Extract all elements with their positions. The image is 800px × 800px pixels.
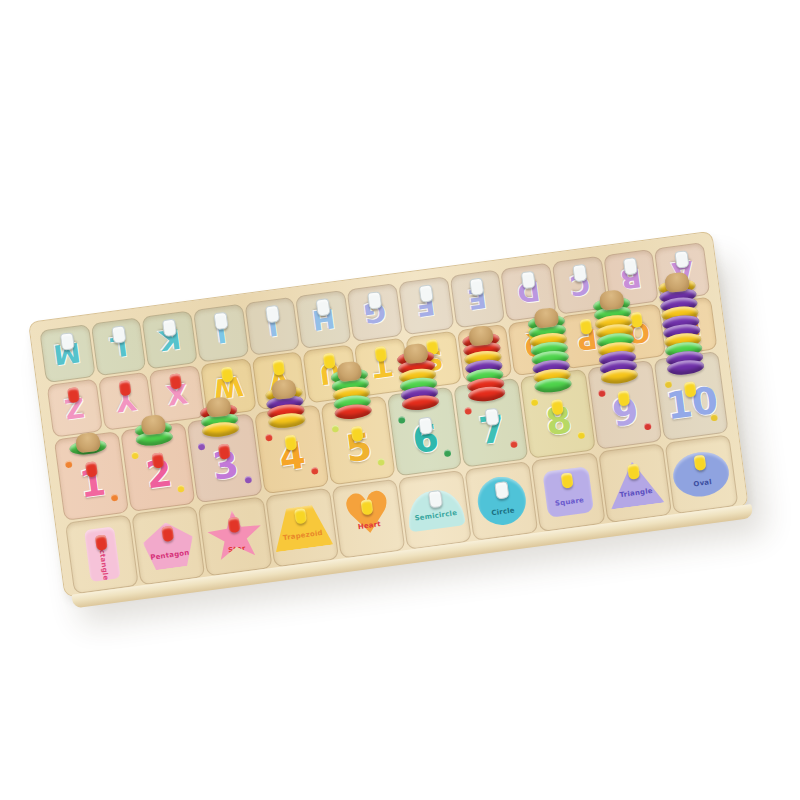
peg-red[interactable]: [228, 517, 241, 533]
fruit-strawberry-decoration: [598, 389, 606, 397]
peg-white[interactable]: [316, 298, 331, 317]
product-photo-scene: MLKJIHGFEDCBA ZYXWVUTSRQPON 12345678910 …: [0, 0, 800, 800]
number-cell-9: 9: [587, 360, 662, 450]
number-cell-10: 10: [653, 351, 728, 441]
ring-stack-4[interactable]: [264, 378, 306, 430]
wooden-knob: [467, 325, 493, 346]
number-cell-3: 3: [187, 413, 262, 503]
wooden-knob: [664, 272, 690, 293]
peg-white[interactable]: [213, 312, 228, 331]
shape-label-triangle: Triangle: [609, 486, 664, 501]
number-cell-2: 2: [120, 422, 195, 512]
peg-yellow[interactable]: [579, 319, 592, 335]
peg-white[interactable]: [494, 481, 509, 500]
peg-yellow[interactable]: [294, 508, 307, 524]
peg-white[interactable]: [572, 264, 587, 283]
peg-yellow[interactable]: [272, 360, 285, 376]
peg-white[interactable]: [162, 319, 177, 338]
peg-white[interactable]: [674, 250, 689, 269]
puzzle-board: MLKJIHGFEDCBA ZYXWVUTSRQPON 12345678910 …: [28, 231, 749, 598]
peg-red[interactable]: [67, 387, 80, 403]
shape-cell-star: Star: [198, 496, 272, 576]
shape-cell-square: Square: [531, 452, 605, 532]
letter-top-cell-L: L: [90, 317, 146, 376]
letter-top-cell-H: H: [295, 290, 351, 349]
number-cell-6: 6: [387, 387, 462, 477]
peg-red[interactable]: [118, 380, 131, 396]
peg-white[interactable]: [623, 257, 638, 276]
fruit-apple-decoration: [265, 434, 273, 442]
number-cell-4: 4: [254, 404, 329, 494]
shape-cell-trapezoid: Trapezoid: [265, 488, 339, 568]
letter-top-cell-I: I: [244, 297, 300, 356]
shape-label-square: Square: [546, 495, 593, 509]
fruit-lemon-decoration: [531, 398, 539, 406]
peg-yellow[interactable]: [627, 464, 640, 480]
letter-top-cell-G: G: [347, 283, 403, 342]
fruit-eggplant-decoration: [198, 443, 206, 451]
wooden-knob: [271, 379, 297, 400]
peg-white[interactable]: [428, 490, 443, 509]
number-cell-8: 8: [520, 369, 595, 459]
fruit-watermelon-decoration: [444, 449, 452, 457]
peg-white[interactable]: [367, 291, 382, 310]
peg-red[interactable]: [151, 452, 164, 468]
shape-cell-rectangle: Rectangle: [65, 514, 139, 594]
shape-label-pentagon: Pentagon: [145, 548, 196, 563]
peg-white[interactable]: [418, 284, 433, 303]
peg-white[interactable]: [60, 332, 75, 351]
fruit-pear-decoration: [331, 425, 339, 433]
fruit-pear-decoration: [377, 458, 385, 466]
fruit-apple-decoration: [464, 407, 472, 415]
fruit-banana-decoration: [131, 452, 139, 460]
fruit-eggplant-decoration: [244, 476, 252, 484]
peg-yellow[interactable]: [618, 390, 631, 406]
number-cell-5: 5: [320, 395, 395, 485]
shape-piece-star[interactable]: Star: [204, 507, 266, 566]
letter-top-cell-J: J: [193, 304, 249, 363]
ring-stack-1[interactable]: [68, 431, 107, 456]
number-cell-7: 7: [453, 378, 528, 468]
wooden-knob: [74, 432, 100, 453]
peg-white[interactable]: [111, 325, 126, 344]
peg-yellow[interactable]: [285, 435, 298, 451]
peg-yellow[interactable]: [374, 346, 387, 362]
shape-label-star: Star: [209, 542, 266, 557]
peg-white[interactable]: [484, 408, 499, 427]
peg-red[interactable]: [85, 461, 98, 477]
wooden-knob: [140, 414, 166, 435]
fruit-carrot-decoration: [65, 460, 73, 468]
wooden-knob: [336, 361, 362, 382]
ring-stack-7[interactable]: [461, 324, 506, 403]
shape-piece-heart[interactable]: ♥Heart: [336, 488, 401, 549]
peg-red[interactable]: [169, 373, 182, 389]
shape-cell-triangle: Triangle: [598, 443, 672, 523]
peg-white[interactable]: [265, 305, 280, 324]
wooden-knob: [402, 343, 428, 364]
shape-cell-oval: Oval: [664, 434, 738, 514]
shape-label-semicircle: Semicircle: [408, 508, 465, 523]
ring-stack-5[interactable]: [330, 360, 373, 421]
fruit-strawberry-decoration: [644, 423, 652, 431]
peg-white[interactable]: [521, 271, 536, 290]
ring-stack-6[interactable]: [395, 342, 439, 412]
shape-label-oval: Oval: [674, 476, 731, 491]
peg-red[interactable]: [94, 535, 107, 551]
shape-cell-heart: ♥Heart: [331, 479, 405, 559]
letter-top-cell-E: E: [449, 269, 505, 328]
shape-cell-pentagon: Pentagon: [132, 505, 206, 585]
fruit-banana-decoration: [177, 485, 185, 493]
fruit-watermelon-decoration: [398, 416, 406, 424]
peg-yellow[interactable]: [221, 366, 234, 382]
letter-bottom-cell-Z: Z: [47, 379, 103, 438]
wooden-knob: [598, 289, 624, 310]
shape-cell-circle: Circle: [465, 461, 539, 541]
fruit-carrot-decoration: [111, 494, 119, 502]
fruit-lemon-decoration: [577, 431, 585, 439]
peg-red[interactable]: [161, 526, 174, 542]
fruit-apple-decoration: [510, 440, 518, 448]
ring-stack-2[interactable]: [133, 414, 173, 448]
peg-white[interactable]: [418, 417, 433, 436]
shape-label-trapezoid: Trapezoid: [274, 528, 333, 544]
number-cell-1: 1: [54, 431, 129, 521]
letter-top-cell-K: K: [142, 310, 198, 369]
shape-cell-semicircle: Semicircle: [398, 470, 472, 550]
letter-top-cell-M: M: [39, 324, 95, 383]
wooden-knob: [205, 396, 231, 417]
wooden-knob: [533, 307, 559, 328]
ring-stack-3[interactable]: [199, 396, 240, 439]
peg-yellow[interactable]: [551, 399, 564, 415]
peg-red[interactable]: [218, 444, 231, 460]
fruit-apple-decoration: [311, 467, 319, 475]
peg-white[interactable]: [470, 278, 485, 297]
shape-label-circle: Circle: [479, 505, 528, 519]
letter-top-cell-F: F: [398, 276, 454, 335]
peg-yellow[interactable]: [561, 472, 574, 488]
